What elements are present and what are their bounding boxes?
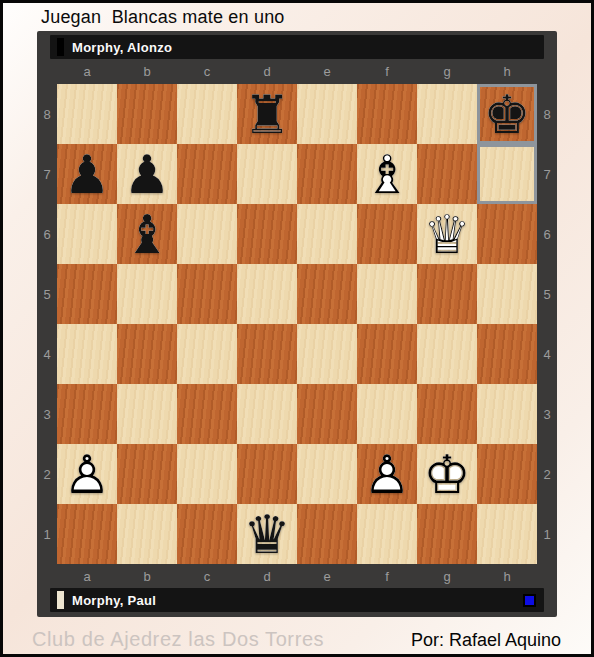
square-a1[interactable] (57, 504, 117, 564)
square-d5[interactable] (237, 264, 297, 324)
page-title: Juegan Blancas mate en uno (41, 7, 285, 28)
square-f1[interactable] (357, 504, 417, 564)
piece-detail-layer: ♔ (417, 444, 477, 504)
player-name-white: Morphy, Paul (72, 593, 156, 608)
piece-detail-layer: ♟ (117, 144, 177, 204)
square-h8[interactable]: ♚♚ (477, 84, 537, 144)
black-pawn[interactable]: ♟♟ (117, 144, 177, 204)
square-c6[interactable] (177, 204, 237, 264)
square-c7[interactable] (177, 144, 237, 204)
black-queen[interactable]: ♛♛ (237, 504, 297, 564)
player-bar-white: Morphy, Paul (50, 588, 544, 612)
white-queen[interactable]: ♛♕ (417, 204, 477, 264)
file-label-f: f (357, 569, 417, 584)
square-c4[interactable] (177, 324, 237, 384)
rank-label-3: 3 (37, 407, 57, 422)
rank-label-7: 7 (37, 167, 57, 182)
player-bar-black: Morphy, Alonzo (50, 35, 544, 59)
square-e8[interactable] (297, 84, 357, 144)
file-label-b: b (117, 569, 177, 584)
square-e4[interactable] (297, 324, 357, 384)
square-d3[interactable] (237, 384, 297, 444)
square-d1[interactable]: ♛♛ (237, 504, 297, 564)
rank-label-1: 1 (37, 527, 57, 542)
rank-label-6: 6 (537, 227, 557, 242)
square-f7[interactable]: ♝♗ (357, 144, 417, 204)
piece-detail-layer: ♗ (357, 144, 417, 204)
file-labels-bottom: abcdefgh (57, 564, 537, 589)
square-h2[interactable] (477, 444, 537, 504)
rank-label-2: 2 (537, 467, 557, 482)
file-label-d: d (237, 64, 297, 79)
white-bishop[interactable]: ♝♗ (357, 144, 417, 204)
square-d4[interactable] (237, 324, 297, 384)
file-label-e: e (297, 569, 357, 584)
square-g5[interactable] (417, 264, 477, 324)
square-c2[interactable] (177, 444, 237, 504)
file-label-d: d (237, 569, 297, 584)
square-f2[interactable]: ♟♙ (357, 444, 417, 504)
square-e5[interactable] (297, 264, 357, 324)
piece-detail-layer: ♜ (237, 84, 297, 144)
file-label-a: a (57, 569, 117, 584)
piece-detail-layer: ♕ (417, 204, 477, 264)
file-label-f: f (357, 64, 417, 79)
square-d6[interactable] (237, 204, 297, 264)
square-f6[interactable] (357, 204, 417, 264)
rank-label-3: 3 (537, 407, 557, 422)
file-label-g: g (417, 64, 477, 79)
rank-label-4: 4 (37, 347, 57, 362)
piece-detail-layer: ♙ (357, 444, 417, 504)
square-a2[interactable]: ♟♙ (57, 444, 117, 504)
square-b5[interactable] (117, 264, 177, 324)
rank-labels-left: 87654321 (37, 84, 57, 564)
square-e7[interactable] (297, 144, 357, 204)
file-label-a: a (57, 64, 117, 79)
square-c8[interactable] (177, 84, 237, 144)
square-e6[interactable] (297, 204, 357, 264)
square-c5[interactable] (177, 264, 237, 324)
square-b8[interactable] (117, 84, 177, 144)
square-b6[interactable]: ♝♝ (117, 204, 177, 264)
square-h6[interactable] (477, 204, 537, 264)
page: Juegan Blancas mate en uno Morphy, Alonz… (0, 0, 594, 657)
square-b7[interactable]: ♟♟ (117, 144, 177, 204)
rank-label-5: 5 (37, 287, 57, 302)
square-b2[interactable] (117, 444, 177, 504)
piece-detail-layer: ♚ (477, 84, 537, 144)
square-e3[interactable] (297, 384, 357, 444)
square-d2[interactable] (237, 444, 297, 504)
square-g2[interactable]: ♚♔ (417, 444, 477, 504)
square-g7[interactable] (417, 144, 477, 204)
rank-label-2: 2 (37, 467, 57, 482)
rank-label-6: 6 (37, 227, 57, 242)
square-f8[interactable] (357, 84, 417, 144)
piece-detail-layer: ♝ (117, 204, 177, 264)
black-side-chip (57, 38, 64, 56)
author-credit: Por: Rafael Aquino (411, 630, 561, 651)
square-e2[interactable] (297, 444, 357, 504)
rank-label-7: 7 (537, 167, 557, 182)
square-f5[interactable] (357, 264, 417, 324)
square-f3[interactable] (357, 384, 417, 444)
chess-board-panel: Morphy, Alonzo abcdefgh 87654321 ♜♜♚♚♟♟♟… (37, 31, 557, 617)
rank-label-1: 1 (537, 527, 557, 542)
square-a8[interactable] (57, 84, 117, 144)
piece-detail-layer: ♟ (57, 144, 117, 204)
square-g8[interactable] (417, 84, 477, 144)
piece-detail-layer: ♙ (57, 444, 117, 504)
square-e1[interactable] (297, 504, 357, 564)
white-king[interactable]: ♚♔ (417, 444, 477, 504)
square-h3[interactable] (477, 384, 537, 444)
square-b3[interactable] (117, 384, 177, 444)
white-pawn[interactable]: ♟♙ (57, 444, 117, 504)
square-c3[interactable] (177, 384, 237, 444)
black-king[interactable]: ♚♚ (477, 84, 537, 144)
square-d8[interactable]: ♜♜ (237, 84, 297, 144)
file-label-h: h (477, 569, 537, 584)
square-h4[interactable] (477, 324, 537, 384)
file-label-b: b (117, 64, 177, 79)
square-h1[interactable] (477, 504, 537, 564)
file-label-h: h (477, 64, 537, 79)
file-label-g: g (417, 569, 477, 584)
square-a5[interactable] (57, 264, 117, 324)
square-g4[interactable] (417, 324, 477, 384)
rank-label-8: 8 (37, 107, 57, 122)
black-bishop[interactable]: ♝♝ (117, 204, 177, 264)
white-pawn[interactable]: ♟♙ (357, 444, 417, 504)
club-watermark: Club de Ajedrez las Dos Torres (32, 628, 324, 651)
square-c1[interactable] (177, 504, 237, 564)
file-labels-top: abcdefgh (57, 59, 537, 84)
black-pawn[interactable]: ♟♟ (57, 144, 117, 204)
player-name-black: Morphy, Alonzo (72, 40, 172, 55)
square-d7[interactable] (237, 144, 297, 204)
square-a7[interactable]: ♟♟ (57, 144, 117, 204)
rank-label-5: 5 (537, 287, 557, 302)
square-a3[interactable] (57, 384, 117, 444)
white-side-chip (57, 591, 64, 609)
square-g6[interactable]: ♛♕ (417, 204, 477, 264)
square-b1[interactable] (117, 504, 177, 564)
file-label-e: e (297, 64, 357, 79)
square-g1[interactable] (417, 504, 477, 564)
piece-detail-layer: ♛ (237, 504, 297, 564)
file-label-c: c (177, 569, 237, 584)
square-g3[interactable] (417, 384, 477, 444)
square-h7[interactable] (477, 144, 537, 204)
square-b4[interactable] (117, 324, 177, 384)
chess-board[interactable]: ♜♜♚♚♟♟♟♟♝♗♝♝♛♕♟♙♟♙♚♔♛♛ (57, 84, 537, 564)
square-a6[interactable] (57, 204, 117, 264)
rank-labels-right: 87654321 (537, 84, 557, 564)
square-f4[interactable] (357, 324, 417, 384)
square-a4[interactable] (57, 324, 117, 384)
rank-label-4: 4 (537, 347, 557, 362)
black-rook[interactable]: ♜♜ (237, 84, 297, 144)
file-label-c: c (177, 64, 237, 79)
rank-label-8: 8 (537, 107, 557, 122)
square-h5[interactable] (477, 264, 537, 324)
turn-indicator (523, 594, 536, 607)
